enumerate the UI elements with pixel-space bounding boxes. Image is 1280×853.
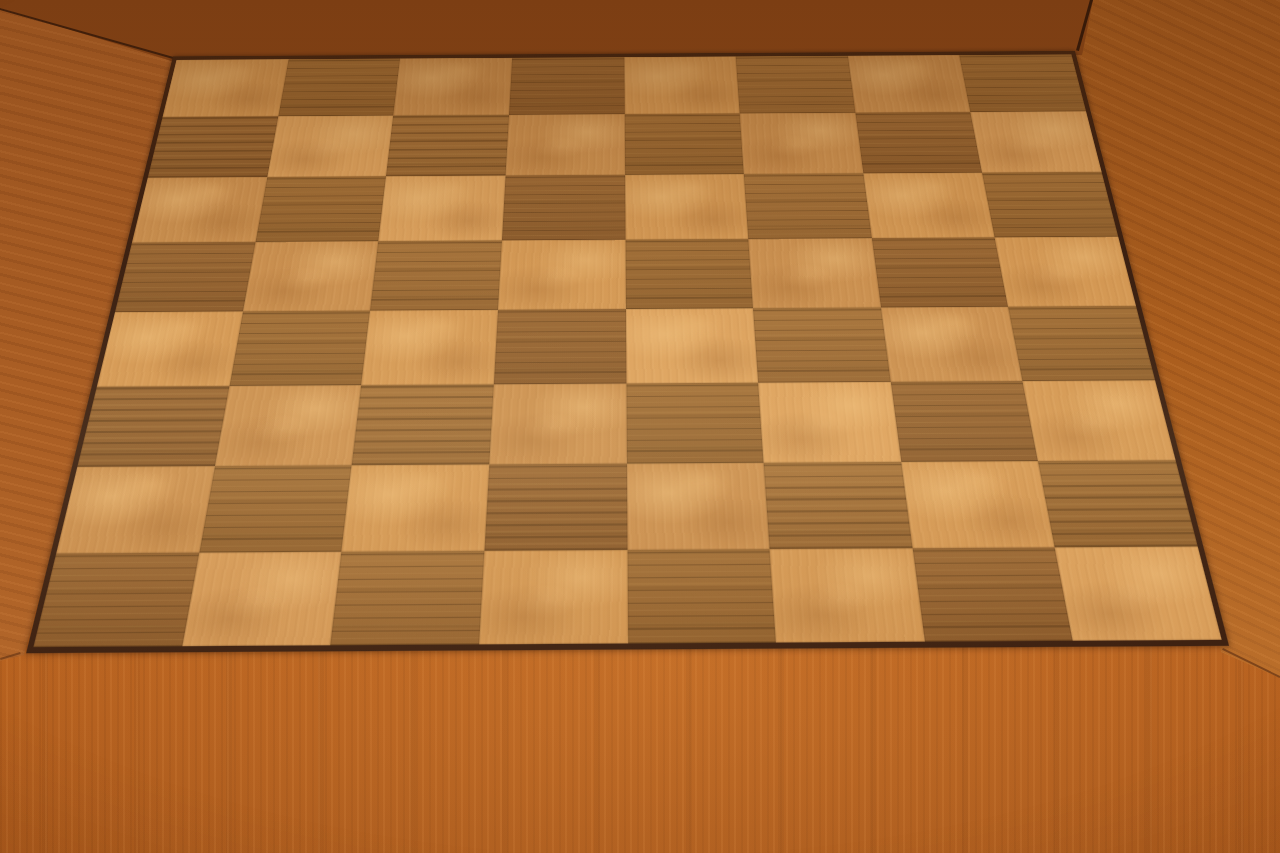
chessboard-plane [26,51,1229,653]
square-d2[interactable] [484,464,627,551]
square-e7[interactable] [624,114,744,175]
square-e5[interactable] [625,239,753,309]
square-b2[interactable] [198,466,351,553]
square-a5[interactable] [115,242,255,312]
square-f3[interactable] [758,382,901,463]
square-h2[interactable] [1038,461,1197,548]
square-c2[interactable] [341,465,489,552]
square-d5[interactable] [497,240,625,310]
chessboard-table-photo [0,0,1280,853]
square-f2[interactable] [763,462,912,549]
square-d7[interactable] [505,114,624,175]
square-f8[interactable] [735,56,854,114]
square-e1[interactable] [626,549,775,643]
square-c3[interactable] [351,385,493,466]
square-g6[interactable] [863,173,995,239]
square-h6[interactable] [982,172,1118,237]
square-a4[interactable] [96,312,242,387]
square-e4[interactable] [625,309,758,384]
square-c8[interactable] [393,58,512,116]
square-a6[interactable] [131,177,266,243]
square-d4[interactable] [493,309,625,384]
square-d8[interactable] [508,58,623,116]
square-d6[interactable] [501,175,624,241]
square-a8[interactable] [162,60,288,118]
square-d1[interactable] [479,550,628,644]
square-c6[interactable] [378,176,505,242]
square-e8[interactable] [623,57,739,115]
square-b7[interactable] [266,116,392,177]
square-g1[interactable] [912,548,1073,642]
square-g8[interactable] [847,55,970,113]
square-c4[interactable] [361,310,497,385]
square-b1[interactable] [181,552,341,646]
square-c7[interactable] [386,115,509,176]
square-f4[interactable] [753,308,890,383]
square-b5[interactable] [242,242,378,312]
square-g7[interactable] [855,112,982,173]
square-f6[interactable] [743,174,871,240]
square-a1[interactable] [33,553,198,647]
square-h3[interactable] [1022,381,1175,462]
square-g2[interactable] [901,461,1055,548]
square-h5[interactable] [994,237,1135,307]
square-f5[interactable] [748,239,880,309]
square-h7[interactable] [970,112,1101,173]
square-e6[interactable] [624,174,748,240]
square-b4[interactable] [229,311,370,386]
square-e3[interactable] [625,383,763,464]
board-grid [33,55,1221,648]
square-g5[interactable] [871,238,1008,308]
square-a3[interactable] [77,386,229,467]
square-f7[interactable] [739,113,862,174]
square-f1[interactable] [769,549,924,643]
square-c1[interactable] [330,551,484,645]
square-g3[interactable] [890,381,1038,462]
square-h8[interactable] [959,55,1085,113]
square-h4[interactable] [1008,306,1155,381]
square-b6[interactable] [255,177,386,243]
square-e2[interactable] [626,463,769,550]
square-g4[interactable] [880,307,1022,382]
square-b3[interactable] [214,385,361,466]
square-b8[interactable] [278,59,400,117]
board-outline-inlay [26,51,1229,653]
square-a7[interactable] [147,117,277,179]
square-c5[interactable] [370,241,502,311]
chessboard [108,0,1143,638]
square-h1[interactable] [1055,547,1222,641]
square-d3[interactable] [489,384,626,465]
square-a2[interactable] [56,466,214,553]
